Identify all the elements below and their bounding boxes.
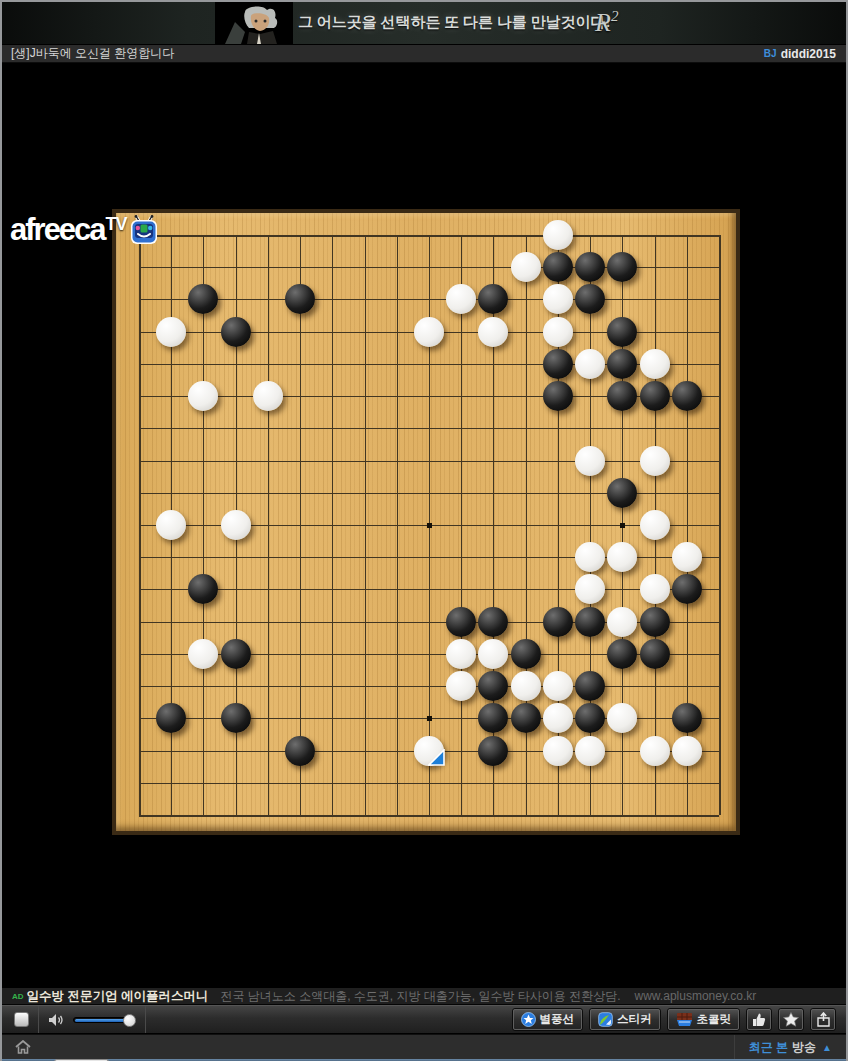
game-character-art bbox=[215, 2, 293, 44]
black-stone bbox=[640, 639, 670, 669]
thumbs-up-button[interactable] bbox=[746, 1008, 772, 1031]
ad-url: www.aplusmoney.co.kr bbox=[635, 989, 757, 1003]
recent-broadcast-highlight[interactable]: 최근 본 bbox=[749, 1039, 788, 1056]
afreecatv-mascot-tv-icon bbox=[129, 215, 159, 245]
black-stone bbox=[543, 381, 573, 411]
white-stone bbox=[575, 736, 605, 766]
white-stone bbox=[543, 284, 573, 314]
r2-game-logo: R2 bbox=[595, 8, 618, 38]
black-stone bbox=[285, 736, 315, 766]
stop-button[interactable] bbox=[14, 1012, 29, 1027]
white-stone bbox=[575, 574, 605, 604]
white-stone bbox=[672, 736, 702, 766]
black-stone bbox=[672, 381, 702, 411]
bj-nickname: diddi2015 bbox=[781, 47, 836, 61]
black-stone bbox=[478, 607, 508, 637]
white-stone bbox=[640, 446, 670, 476]
favorite-star-button[interactable] bbox=[778, 1008, 804, 1031]
banner-tagline: 그 어느곳을 선택하든 또 다른 나를 만날것이다! bbox=[298, 13, 578, 32]
white-stone bbox=[672, 542, 702, 572]
black-stone bbox=[221, 639, 251, 669]
ad-description: 전국 남녀노소 소액대출, 수도권, 지방 대출가능, 일수방 타사이용 전환상… bbox=[221, 988, 621, 1005]
white-stone bbox=[575, 542, 605, 572]
footer-bar: 최근 본 방송 ▲ bbox=[2, 1034, 846, 1059]
speaker-icon[interactable] bbox=[48, 1013, 64, 1027]
titlebar: [생]J바둑에 오신걸 환영합니다 BJ diddi2015 bbox=[2, 44, 846, 63]
black-stone bbox=[575, 703, 605, 733]
grid-hline bbox=[139, 686, 719, 687]
sticker-button[interactable]: 스티커 bbox=[589, 1008, 661, 1031]
sticker-icon bbox=[598, 1012, 613, 1027]
divider bbox=[145, 1006, 146, 1033]
white-stone bbox=[156, 510, 186, 540]
recent-broadcast-label[interactable]: 방송 bbox=[792, 1039, 816, 1056]
black-stone bbox=[543, 252, 573, 282]
star-point bbox=[427, 716, 432, 721]
black-stone bbox=[221, 703, 251, 733]
home-icon[interactable] bbox=[15, 1040, 31, 1054]
star-balloon-icon bbox=[521, 1012, 536, 1027]
white-stone bbox=[478, 317, 508, 347]
bottom-ad-bar[interactable]: AD 일수방 전문기업 에이플러스머니 전국 남녀노소 소액대출, 수도권, 지… bbox=[2, 987, 846, 1005]
black-stone bbox=[607, 252, 637, 282]
white-stone bbox=[511, 252, 541, 282]
black-stone bbox=[478, 736, 508, 766]
chocolate-label: 초콜릿 bbox=[697, 1012, 732, 1027]
broadcast-window: 그 어느곳을 선택하든 또 다른 나를 만날것이다! R2 [생]J바둑에 오신… bbox=[0, 0, 848, 1061]
divider bbox=[734, 1035, 735, 1060]
white-stone bbox=[543, 317, 573, 347]
star-icon bbox=[783, 1012, 799, 1027]
white-stone bbox=[511, 671, 541, 701]
black-stone bbox=[511, 703, 541, 733]
black-stone bbox=[607, 317, 637, 347]
player-control-bar: 별풍선 스티커 초콜릿 bbox=[2, 1005, 846, 1034]
white-stone bbox=[188, 381, 218, 411]
afreecatv-tv-text: TV bbox=[106, 216, 127, 232]
black-stone bbox=[607, 478, 637, 508]
white-stone bbox=[414, 317, 444, 347]
sticker-label: 스티커 bbox=[617, 1012, 652, 1027]
divider bbox=[38, 1006, 39, 1033]
black-stone bbox=[607, 349, 637, 379]
black-stone bbox=[640, 381, 670, 411]
broadcast-title: [생]J바둑에 오신걸 환영합니다 bbox=[11, 45, 174, 62]
black-stone bbox=[478, 284, 508, 314]
white-stone bbox=[221, 510, 251, 540]
white-stone bbox=[478, 639, 508, 669]
black-stone bbox=[672, 574, 702, 604]
grid-hline bbox=[139, 783, 719, 784]
black-stone bbox=[221, 317, 251, 347]
volume-knob[interactable] bbox=[123, 1014, 136, 1027]
star-point bbox=[427, 523, 432, 528]
go-board[interactable] bbox=[112, 209, 740, 835]
share-button[interactable] bbox=[810, 1008, 836, 1031]
white-stone bbox=[607, 607, 637, 637]
white-stone bbox=[253, 381, 283, 411]
white-stone bbox=[640, 349, 670, 379]
chocolate-icon bbox=[676, 1012, 693, 1027]
black-stone bbox=[672, 703, 702, 733]
star-balloon-button[interactable]: 별풍선 bbox=[512, 1008, 584, 1031]
black-stone bbox=[156, 703, 186, 733]
white-stone bbox=[543, 220, 573, 250]
black-stone bbox=[188, 284, 218, 314]
chocolate-button[interactable]: 초콜릿 bbox=[667, 1008, 741, 1031]
video-stage: afreeca TV bbox=[2, 63, 846, 987]
black-stone bbox=[478, 703, 508, 733]
recent-expand-arrow-icon[interactable]: ▲ bbox=[822, 1042, 832, 1053]
white-stone bbox=[188, 639, 218, 669]
white-stone bbox=[607, 703, 637, 733]
grid-vline bbox=[461, 235, 462, 815]
grid-hline bbox=[139, 815, 719, 817]
black-stone bbox=[511, 639, 541, 669]
black-stone bbox=[575, 607, 605, 637]
star-balloon-label: 별풍선 bbox=[540, 1012, 575, 1027]
star-point bbox=[620, 523, 625, 528]
black-stone bbox=[607, 381, 637, 411]
black-stone bbox=[543, 349, 573, 379]
share-icon bbox=[816, 1012, 831, 1027]
black-stone bbox=[575, 671, 605, 701]
bj-badge: BJ bbox=[764, 48, 777, 59]
ad-advertiser: 일수방 전문기업 에이플러스머니 bbox=[27, 988, 209, 1005]
black-stone bbox=[607, 639, 637, 669]
white-stone bbox=[446, 639, 476, 669]
top-ad-banner[interactable]: 그 어느곳을 선택하든 또 다른 나를 만날것이다! R2 bbox=[2, 2, 846, 44]
black-stone bbox=[640, 607, 670, 637]
black-stone bbox=[285, 284, 315, 314]
last-move-marker bbox=[428, 749, 445, 766]
white-stone bbox=[446, 284, 476, 314]
black-stone bbox=[446, 607, 476, 637]
grid-hline bbox=[139, 589, 719, 590]
white-stone bbox=[543, 736, 573, 766]
white-stone bbox=[640, 510, 670, 540]
white-stone bbox=[414, 736, 444, 766]
white-stone bbox=[575, 446, 605, 476]
volume-fill bbox=[75, 1019, 127, 1022]
volume-slider[interactable] bbox=[73, 1017, 133, 1023]
white-stone bbox=[543, 671, 573, 701]
white-stone bbox=[543, 703, 573, 733]
white-stone bbox=[640, 574, 670, 604]
white-stone bbox=[640, 736, 670, 766]
white-stone bbox=[446, 671, 476, 701]
thumbs-up-icon bbox=[752, 1012, 766, 1027]
white-stone bbox=[156, 317, 186, 347]
black-stone bbox=[543, 607, 573, 637]
afreecatv-brand-text: afreeca bbox=[10, 215, 105, 245]
ad-label: AD bbox=[12, 992, 24, 1001]
black-stone bbox=[575, 284, 605, 314]
grid-vline bbox=[719, 235, 721, 815]
black-stone bbox=[575, 252, 605, 282]
white-stone bbox=[575, 349, 605, 379]
black-stone bbox=[188, 574, 218, 604]
white-stone bbox=[607, 542, 637, 572]
afreecatv-watermark: afreeca TV bbox=[10, 215, 159, 245]
black-stone bbox=[478, 671, 508, 701]
